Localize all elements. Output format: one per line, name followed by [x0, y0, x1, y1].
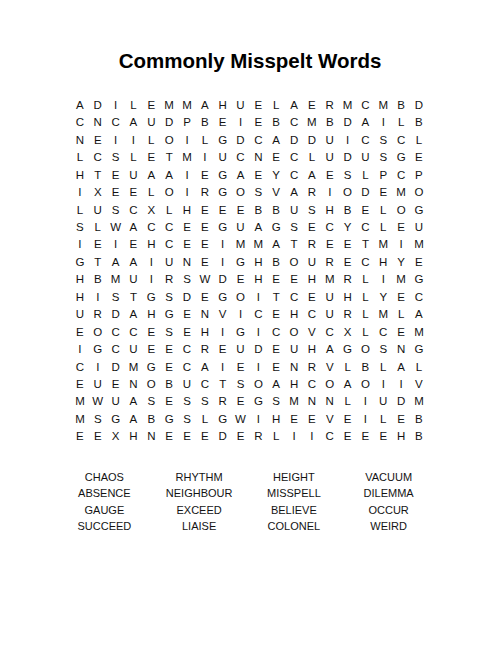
grid-cell[interactable]: D: [339, 114, 357, 131]
grid-cell[interactable]: G: [71, 254, 89, 271]
grid-cell[interactable]: E: [357, 428, 375, 445]
grid-cell[interactable]: E: [214, 341, 232, 358]
grid-cell[interactable]: D: [249, 341, 267, 358]
grid-cell[interactable]: E: [71, 376, 89, 393]
grid-cell[interactable]: M: [410, 324, 428, 341]
grid-cell[interactable]: D: [392, 393, 410, 410]
grid-cell[interactable]: X: [142, 202, 160, 219]
grid-cell[interactable]: I: [249, 359, 267, 376]
grid-cell[interactable]: E: [71, 428, 89, 445]
grid-cell[interactable]: O: [160, 132, 178, 149]
grid-cell[interactable]: E: [321, 167, 339, 184]
grid-cell[interactable]: L: [410, 132, 428, 149]
grid-cell[interactable]: P: [374, 167, 392, 184]
grid-cell[interactable]: H: [249, 254, 267, 271]
grid-cell[interactable]: H: [71, 271, 89, 288]
grid-cell[interactable]: E: [196, 167, 214, 184]
grid-cell[interactable]: M: [178, 97, 196, 114]
grid-cell[interactable]: B: [196, 114, 214, 131]
grid-cell[interactable]: I: [107, 132, 125, 149]
grid-cell[interactable]: B: [267, 202, 285, 219]
grid-cell[interactable]: A: [125, 114, 143, 131]
grid-cell[interactable]: T: [89, 254, 107, 271]
grid-cell[interactable]: G: [339, 341, 357, 358]
grid-cell[interactable]: T: [214, 376, 232, 393]
grid-cell[interactable]: M: [160, 97, 178, 114]
grid-cell[interactable]: H: [125, 428, 143, 445]
grid-cell[interactable]: H: [249, 271, 267, 288]
grid-cell[interactable]: H: [196, 324, 214, 341]
grid-cell[interactable]: I: [89, 289, 107, 306]
grid-cell[interactable]: D: [107, 306, 125, 323]
grid-cell[interactable]: I: [249, 324, 267, 341]
grid-cell[interactable]: D: [285, 132, 303, 149]
grid-cell[interactable]: I: [178, 167, 196, 184]
grid-cell[interactable]: D: [214, 428, 232, 445]
grid-cell[interactable]: L: [374, 219, 392, 236]
grid-cell[interactable]: E: [321, 237, 339, 254]
grid-cell[interactable]: E: [232, 202, 250, 219]
grid-cell[interactable]: D: [107, 359, 125, 376]
grid-cell[interactable]: V: [321, 411, 339, 428]
grid-cell[interactable]: L: [357, 167, 375, 184]
grid-cell[interactable]: C: [392, 167, 410, 184]
grid-cell[interactable]: M: [125, 359, 143, 376]
grid-cell[interactable]: A: [232, 167, 250, 184]
grid-cell[interactable]: G: [214, 411, 232, 428]
grid-cell[interactable]: T: [267, 289, 285, 306]
grid-cell[interactable]: U: [71, 306, 89, 323]
grid-cell[interactable]: R: [214, 393, 232, 410]
grid-cell[interactable]: U: [232, 97, 250, 114]
grid-cell[interactable]: M: [71, 411, 89, 428]
grid-cell[interactable]: N: [321, 393, 339, 410]
grid-cell[interactable]: I: [214, 359, 232, 376]
grid-cell[interactable]: R: [196, 184, 214, 201]
grid-cell[interactable]: L: [196, 132, 214, 149]
grid-cell[interactable]: S: [160, 289, 178, 306]
grid-cell[interactable]: M: [410, 237, 428, 254]
grid-cell[interactable]: C: [321, 219, 339, 236]
grid-cell[interactable]: E: [267, 306, 285, 323]
grid-cell[interactable]: Y: [339, 219, 357, 236]
grid-cell[interactable]: I: [142, 254, 160, 271]
grid-cell[interactable]: A: [267, 132, 285, 149]
grid-cell[interactable]: D: [339, 149, 357, 166]
grid-cell[interactable]: D: [303, 132, 321, 149]
grid-cell[interactable]: C: [285, 114, 303, 131]
grid-cell[interactable]: B: [160, 376, 178, 393]
grid-cell[interactable]: H: [321, 202, 339, 219]
grid-cell[interactable]: N: [392, 341, 410, 358]
grid-cell[interactable]: A: [267, 237, 285, 254]
grid-cell[interactable]: R: [339, 306, 357, 323]
grid-cell[interactable]: U: [410, 219, 428, 236]
grid-cell[interactable]: B: [142, 411, 160, 428]
grid-cell[interactable]: O: [142, 376, 160, 393]
grid-cell[interactable]: H: [71, 289, 89, 306]
grid-cell[interactable]: U: [214, 149, 232, 166]
grid-cell[interactable]: W: [196, 271, 214, 288]
grid-cell[interactable]: E: [339, 254, 357, 271]
grid-cell[interactable]: I: [71, 341, 89, 358]
grid-cell[interactable]: I: [285, 428, 303, 445]
grid-cell[interactable]: E: [196, 428, 214, 445]
grid-cell[interactable]: U: [232, 341, 250, 358]
grid-cell[interactable]: A: [357, 114, 375, 131]
grid-cell[interactable]: A: [107, 254, 125, 271]
grid-cell[interactable]: U: [232, 219, 250, 236]
grid-cell[interactable]: E: [303, 219, 321, 236]
grid-cell[interactable]: O: [232, 184, 250, 201]
grid-cell[interactable]: E: [125, 237, 143, 254]
grid-cell[interactable]: L: [89, 219, 107, 236]
grid-cell[interactable]: R: [89, 306, 107, 323]
grid-cell[interactable]: B: [410, 428, 428, 445]
grid-cell[interactable]: E: [196, 237, 214, 254]
grid-cell[interactable]: B: [89, 271, 107, 288]
grid-cell[interactable]: R: [196, 341, 214, 358]
grid-cell[interactable]: S: [303, 202, 321, 219]
grid-cell[interactable]: I: [392, 237, 410, 254]
grid-cell[interactable]: S: [374, 132, 392, 149]
grid-cell[interactable]: R: [321, 254, 339, 271]
grid-cell[interactable]: Y: [374, 289, 392, 306]
grid-cell[interactable]: O: [339, 184, 357, 201]
grid-cell[interactable]: U: [303, 254, 321, 271]
grid-cell[interactable]: E: [267, 149, 285, 166]
grid-cell[interactable]: U: [321, 132, 339, 149]
grid-cell[interactable]: E: [339, 428, 357, 445]
grid-cell[interactable]: E: [178, 428, 196, 445]
grid-cell[interactable]: I: [178, 132, 196, 149]
grid-cell[interactable]: X: [339, 324, 357, 341]
grid-cell[interactable]: G: [160, 411, 178, 428]
grid-cell[interactable]: B: [392, 97, 410, 114]
grid-cell[interactable]: E: [178, 306, 196, 323]
grid-cell[interactable]: E: [160, 393, 178, 410]
grid-cell[interactable]: E: [392, 411, 410, 428]
grid-cell[interactable]: L: [357, 271, 375, 288]
grid-cell[interactable]: D: [410, 97, 428, 114]
grid-cell[interactable]: L: [303, 149, 321, 166]
grid-cell[interactable]: C: [178, 359, 196, 376]
grid-cell[interactable]: E: [107, 184, 125, 201]
grid-cell[interactable]: G: [214, 132, 232, 149]
grid-cell[interactable]: R: [339, 271, 357, 288]
grid-cell[interactable]: H: [214, 97, 232, 114]
grid-cell[interactable]: E: [142, 97, 160, 114]
grid-cell[interactable]: H: [285, 306, 303, 323]
grid-cell[interactable]: I: [249, 289, 267, 306]
grid-cell[interactable]: D: [89, 97, 107, 114]
grid-cell[interactable]: I: [178, 184, 196, 201]
grid-cell[interactable]: G: [392, 149, 410, 166]
grid-cell[interactable]: C: [357, 254, 375, 271]
grid-cell[interactable]: I: [339, 132, 357, 149]
grid-cell[interactable]: E: [303, 411, 321, 428]
grid-cell[interactable]: R: [303, 237, 321, 254]
grid-cell[interactable]: W: [89, 393, 107, 410]
grid-cell[interactable]: O: [357, 341, 375, 358]
grid-cell[interactable]: O: [285, 254, 303, 271]
grid-cell[interactable]: S: [196, 393, 214, 410]
grid-cell[interactable]: E: [392, 289, 410, 306]
grid-cell[interactable]: C: [357, 132, 375, 149]
grid-cell[interactable]: S: [285, 219, 303, 236]
grid-cell[interactable]: E: [410, 149, 428, 166]
grid-cell[interactable]: N: [71, 132, 89, 149]
grid-cell[interactable]: M: [249, 237, 267, 254]
grid-cell[interactable]: D: [178, 289, 196, 306]
grid-cell[interactable]: L: [125, 97, 143, 114]
grid-cell[interactable]: E: [249, 167, 267, 184]
grid-cell[interactable]: E: [142, 149, 160, 166]
grid-cell[interactable]: L: [410, 359, 428, 376]
grid-cell[interactable]: T: [125, 289, 143, 306]
grid-cell[interactable]: V: [321, 359, 339, 376]
grid-cell[interactable]: A: [249, 219, 267, 236]
grid-cell[interactable]: C: [160, 219, 178, 236]
grid-cell[interactable]: E: [232, 393, 250, 410]
grid-cell[interactable]: E: [303, 97, 321, 114]
grid-cell[interactable]: V: [214, 306, 232, 323]
grid-cell[interactable]: L: [374, 411, 392, 428]
grid-cell[interactable]: U: [321, 149, 339, 166]
grid-cell[interactable]: G: [89, 341, 107, 358]
grid-cell[interactable]: S: [71, 219, 89, 236]
grid-cell[interactable]: I: [232, 306, 250, 323]
grid-cell[interactable]: R: [321, 97, 339, 114]
grid-cell[interactable]: H: [178, 202, 196, 219]
grid-cell[interactable]: G: [142, 359, 160, 376]
grid-cell[interactable]: U: [374, 393, 392, 410]
grid-cell[interactable]: A: [339, 376, 357, 393]
grid-cell[interactable]: E: [410, 254, 428, 271]
grid-cell[interactable]: S: [374, 149, 392, 166]
grid-cell[interactable]: D: [214, 271, 232, 288]
grid-cell[interactable]: H: [392, 428, 410, 445]
grid-cell[interactable]: P: [410, 167, 428, 184]
grid-cell[interactable]: E: [285, 271, 303, 288]
grid-cell[interactable]: C: [125, 324, 143, 341]
grid-cell[interactable]: A: [196, 97, 214, 114]
grid-cell[interactable]: S: [107, 149, 125, 166]
grid-cell[interactable]: L: [374, 202, 392, 219]
grid-cell[interactable]: W: [232, 411, 250, 428]
grid-cell[interactable]: D: [357, 184, 375, 201]
grid-cell[interactable]: I: [357, 411, 375, 428]
grid-cell[interactable]: L: [392, 306, 410, 323]
grid-cell[interactable]: E: [196, 219, 214, 236]
grid-cell[interactable]: N: [285, 359, 303, 376]
grid-cell[interactable]: E: [232, 428, 250, 445]
grid-cell[interactable]: U: [107, 393, 125, 410]
grid-cell[interactable]: G: [232, 254, 250, 271]
grid-cell[interactable]: L: [160, 202, 178, 219]
grid-cell[interactable]: R: [303, 359, 321, 376]
grid-cell[interactable]: U: [285, 341, 303, 358]
grid-cell[interactable]: C: [374, 324, 392, 341]
grid-cell[interactable]: C: [107, 324, 125, 341]
grid-cell[interactable]: S: [249, 184, 267, 201]
grid-cell[interactable]: A: [196, 359, 214, 376]
grid-cell[interactable]: C: [89, 149, 107, 166]
grid-cell[interactable]: U: [321, 289, 339, 306]
grid-cell[interactable]: H: [267, 411, 285, 428]
grid-cell[interactable]: L: [142, 132, 160, 149]
grid-cell[interactable]: I: [303, 428, 321, 445]
grid-cell[interactable]: E: [267, 359, 285, 376]
grid-cell[interactable]: S: [178, 411, 196, 428]
grid-cell[interactable]: E: [142, 324, 160, 341]
grid-cell[interactable]: I: [232, 114, 250, 131]
grid-cell[interactable]: A: [125, 219, 143, 236]
grid-cell[interactable]: N: [303, 393, 321, 410]
grid-cell[interactable]: L: [392, 114, 410, 131]
grid-cell[interactable]: M: [178, 149, 196, 166]
grid-cell[interactable]: C: [107, 341, 125, 358]
grid-cell[interactable]: C: [178, 341, 196, 358]
grid-cell[interactable]: M: [374, 237, 392, 254]
grid-cell[interactable]: N: [196, 306, 214, 323]
grid-cell[interactable]: E: [392, 324, 410, 341]
grid-cell[interactable]: M: [71, 393, 89, 410]
grid-cell[interactable]: G: [142, 289, 160, 306]
grid-cell[interactable]: T: [357, 237, 375, 254]
grid-cell[interactable]: B: [339, 202, 357, 219]
grid-cell[interactable]: E: [285, 411, 303, 428]
grid-cell[interactable]: E: [196, 254, 214, 271]
grid-cell[interactable]: E: [196, 289, 214, 306]
grid-cell[interactable]: L: [142, 184, 160, 201]
grid-cell[interactable]: O: [89, 324, 107, 341]
grid-cell[interactable]: A: [142, 167, 160, 184]
grid-cell[interactable]: C: [232, 149, 250, 166]
grid-cell[interactable]: L: [357, 324, 375, 341]
grid-cell[interactable]: G: [160, 306, 178, 323]
grid-cell[interactable]: E: [267, 341, 285, 358]
grid-cell[interactable]: A: [285, 97, 303, 114]
grid-cell[interactable]: E: [178, 237, 196, 254]
grid-cell[interactable]: M: [392, 184, 410, 201]
grid-cell[interactable]: C: [125, 202, 143, 219]
grid-cell[interactable]: B: [410, 114, 428, 131]
grid-cell[interactable]: X: [89, 184, 107, 201]
grid-cell[interactable]: N: [125, 376, 143, 393]
grid-cell[interactable]: E: [392, 219, 410, 236]
grid-cell[interactable]: O: [357, 376, 375, 393]
grid-cell[interactable]: E: [214, 114, 232, 131]
grid-cell[interactable]: C: [410, 289, 428, 306]
grid-cell[interactable]: U: [357, 149, 375, 166]
grid-cell[interactable]: I: [374, 376, 392, 393]
grid-cell[interactable]: E: [160, 428, 178, 445]
grid-cell[interactable]: S: [232, 376, 250, 393]
grid-cell[interactable]: G: [410, 271, 428, 288]
grid-cell[interactable]: E: [196, 202, 214, 219]
grid-cell[interactable]: L: [357, 289, 375, 306]
grid-cell[interactable]: H: [303, 341, 321, 358]
grid-cell[interactable]: S: [178, 393, 196, 410]
grid-cell[interactable]: E: [142, 341, 160, 358]
grid-cell[interactable]: M: [303, 114, 321, 131]
grid-cell[interactable]: A: [125, 411, 143, 428]
grid-cell[interactable]: Y: [392, 254, 410, 271]
grid-cell[interactable]: H: [285, 376, 303, 393]
grid-cell[interactable]: I: [321, 184, 339, 201]
grid-cell[interactable]: G: [214, 219, 232, 236]
grid-cell[interactable]: C: [160, 237, 178, 254]
grid-cell[interactable]: C: [285, 167, 303, 184]
grid-cell[interactable]: E: [89, 237, 107, 254]
grid-cell[interactable]: U: [178, 376, 196, 393]
grid-cell[interactable]: D: [232, 132, 250, 149]
grid-cell[interactable]: L: [339, 359, 357, 376]
grid-cell[interactable]: I: [125, 132, 143, 149]
grid-cell[interactable]: A: [125, 306, 143, 323]
grid-cell[interactable]: E: [303, 289, 321, 306]
grid-cell[interactable]: V: [267, 184, 285, 201]
grid-cell[interactable]: M: [374, 97, 392, 114]
grid-cell[interactable]: M: [285, 393, 303, 410]
grid-cell[interactable]: B: [357, 359, 375, 376]
grid-cell[interactable]: S: [107, 202, 125, 219]
grid-cell[interactable]: E: [357, 202, 375, 219]
grid-cell[interactable]: S: [89, 411, 107, 428]
grid-cell[interactable]: I: [374, 114, 392, 131]
grid-cell[interactable]: B: [410, 411, 428, 428]
grid-cell[interactable]: I: [214, 324, 232, 341]
grid-cell[interactable]: S: [267, 393, 285, 410]
grid-cell[interactable]: U: [321, 306, 339, 323]
grid-cell[interactable]: C: [285, 289, 303, 306]
grid-cell[interactable]: T: [160, 149, 178, 166]
grid-cell[interactable]: G: [107, 411, 125, 428]
grid-cell[interactable]: Y: [267, 167, 285, 184]
grid-cell[interactable]: H: [303, 271, 321, 288]
grid-cell[interactable]: C: [107, 114, 125, 131]
grid-cell[interactable]: U: [89, 376, 107, 393]
grid-cell[interactable]: U: [125, 167, 143, 184]
grid-cell[interactable]: C: [321, 324, 339, 341]
grid-cell[interactable]: E: [71, 324, 89, 341]
grid-cell[interactable]: E: [107, 376, 125, 393]
grid-cell[interactable]: R: [160, 271, 178, 288]
grid-cell[interactable]: C: [285, 149, 303, 166]
grid-cell[interactable]: E: [214, 202, 232, 219]
grid-cell[interactable]: M: [232, 237, 250, 254]
grid-cell[interactable]: E: [374, 184, 392, 201]
grid-cell[interactable]: N: [142, 428, 160, 445]
grid-cell[interactable]: E: [232, 359, 250, 376]
grid-cell[interactable]: S: [339, 167, 357, 184]
grid-cell[interactable]: I: [214, 254, 232, 271]
grid-cell[interactable]: I: [71, 237, 89, 254]
grid-cell[interactable]: M: [374, 306, 392, 323]
grid-cell[interactable]: C: [71, 114, 89, 131]
grid-cell[interactable]: S: [107, 289, 125, 306]
grid-cell[interactable]: S: [374, 341, 392, 358]
grid-cell[interactable]: R: [249, 428, 267, 445]
grid-cell[interactable]: L: [267, 428, 285, 445]
grid-cell[interactable]: L: [125, 149, 143, 166]
grid-cell[interactable]: L: [196, 411, 214, 428]
grid-cell[interactable]: I: [214, 237, 232, 254]
grid-cell[interactable]: N: [89, 114, 107, 131]
grid-cell[interactable]: A: [303, 167, 321, 184]
grid-cell[interactable]: E: [107, 167, 125, 184]
